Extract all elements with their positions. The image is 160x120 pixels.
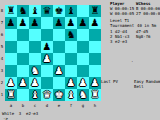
square-f2[interactable]: ♟ (65, 77, 77, 89)
square-b1[interactable] (17, 89, 29, 101)
black-queen[interactable]: ♛ (43, 5, 52, 17)
square-d2[interactable] (41, 77, 53, 89)
square-f6[interactable]: ♞ (65, 29, 77, 41)
square-g5[interactable] (77, 41, 89, 53)
square-e3[interactable]: ♟ (53, 65, 65, 77)
square-h6[interactable] (89, 29, 101, 41)
command-prompt[interactable]: -> (3, 116, 8, 120)
square-h3[interactable] (89, 65, 101, 77)
file-label: e (53, 103, 65, 108)
square-b7[interactable]: ♟ (17, 17, 29, 29)
square-d7[interactable] (41, 17, 53, 29)
white-bishop[interactable]: ♝ (31, 89, 40, 101)
black-bishop[interactable]: ♝ (31, 5, 40, 17)
square-a8[interactable]: ♜ (5, 5, 17, 17)
square-b5[interactable] (17, 41, 29, 53)
bell-setting: Bell (134, 84, 144, 89)
square-d6[interactable] (41, 29, 53, 41)
square-d3[interactable] (41, 65, 53, 77)
square-g8[interactable] (77, 5, 89, 17)
square-h1[interactable]: ♜ (89, 89, 101, 101)
square-g7[interactable]: ♟ (77, 17, 89, 29)
file-label: h (89, 103, 101, 108)
move-white: e2-e3 (115, 39, 127, 44)
white-rook[interactable]: ♜ (7, 89, 16, 101)
square-f3[interactable] (65, 65, 77, 77)
square-e2[interactable] (53, 77, 65, 89)
white-pawn[interactable]: ♟ (55, 65, 64, 77)
square-e4[interactable] (53, 53, 65, 65)
last-pv-label: Last PV (101, 79, 118, 84)
white-knight[interactable]: ♞ (31, 65, 40, 77)
square-c7[interactable]: ♟ (29, 17, 41, 29)
square-d8[interactable]: ♛ (41, 5, 53, 17)
black-rook[interactable]: ♜ (7, 5, 16, 17)
move-black: Ng8-f6 (136, 34, 150, 39)
square-g6[interactable] (77, 29, 89, 41)
rank-label: 7 (0, 17, 4, 29)
square-a6[interactable] (5, 29, 17, 41)
square-f5[interactable] (65, 41, 77, 53)
square-g2[interactable]: ♟ (77, 77, 89, 89)
square-g3[interactable] (77, 65, 89, 77)
black-pawn[interactable]: ♟ (91, 17, 100, 29)
black-rook[interactable]: ♜ (91, 5, 100, 17)
square-b4[interactable] (17, 53, 29, 65)
file-label: a (5, 103, 17, 108)
square-e1[interactable]: ♚ (53, 89, 65, 101)
square-b2[interactable]: ♟ (17, 77, 29, 89)
black-pawn[interactable]: ♟ (55, 17, 64, 29)
square-c5[interactable] (29, 41, 41, 53)
file-label: g (77, 103, 89, 108)
square-d5[interactable]: ♟ (41, 41, 53, 53)
rank-labels: 8 7 6 5 4 3 2 1 (0, 5, 4, 101)
file-label: c (29, 103, 41, 108)
square-b6[interactable] (17, 29, 29, 41)
square-a2[interactable]: ♟ (5, 77, 17, 89)
square-a7[interactable]: ♟ (5, 17, 17, 29)
white-bishop[interactable]: ♝ (67, 89, 76, 101)
black-pawn[interactable]: ♟ (7, 17, 16, 29)
file-labels: a b c d e f g h (5, 103, 101, 108)
square-g1[interactable]: ♞ (77, 89, 89, 101)
chess-app-screen: 8 7 6 5 4 3 2 1 ♜♞♝♛♚♝♜♟♟♟♟♟♟♟♞♟♟♞♟♟♟♟♟♟… (0, 0, 160, 120)
square-h2[interactable]: ♟ (89, 77, 101, 89)
square-a1[interactable]: ♜ (5, 89, 17, 101)
file-label: d (41, 103, 53, 108)
black-knight[interactable]: ♞ (19, 5, 28, 17)
white-pawn[interactable]: ♟ (67, 77, 76, 89)
white-king[interactable]: ♚ (55, 89, 64, 101)
white-pawn[interactable]: ♟ (19, 77, 28, 89)
square-e8[interactable]: ♚ (53, 5, 65, 17)
white-rook[interactable]: ♜ (91, 89, 100, 101)
file-label: b (17, 103, 29, 108)
square-a5[interactable] (5, 41, 17, 53)
square-d4[interactable]: ♟ (41, 53, 53, 65)
rank-label: 3 (0, 65, 4, 77)
square-h7[interactable]: ♟ (89, 17, 101, 29)
square-c2[interactable]: ♟ (29, 77, 41, 89)
black-pawn[interactable]: ♟ (31, 17, 40, 29)
level-mode-label: Tournament (110, 23, 134, 28)
file-label: f (65, 103, 77, 108)
rank-label: 1 (0, 89, 4, 101)
rank-label: 8 (0, 5, 4, 17)
square-f8[interactable]: ♝ (65, 5, 77, 17)
rank-label: 4 (0, 53, 4, 65)
black-pawn[interactable]: ♟ (67, 17, 76, 29)
square-c6[interactable] (29, 29, 41, 41)
square-d1[interactable]: ♛ (41, 89, 53, 101)
black-bishop[interactable]: ♝ (67, 5, 76, 17)
black-pawn[interactable]: ♟ (19, 17, 28, 29)
white-pawn[interactable]: ♟ (79, 77, 88, 89)
square-e5[interactable] (53, 41, 65, 53)
square-h5[interactable] (89, 41, 101, 53)
white-knight[interactable]: ♞ (79, 89, 88, 101)
square-a3[interactable] (5, 65, 17, 77)
square-h4[interactable] (89, 53, 101, 65)
cursor-mark: · (131, 59, 133, 64)
white-pawn[interactable]: ♟ (7, 77, 16, 89)
square-e6[interactable] (53, 29, 65, 41)
white-clock-move: W 00:00:05 (110, 11, 134, 16)
square-b3[interactable] (17, 65, 29, 77)
square-g4[interactable] (77, 53, 89, 65)
square-c8[interactable]: ♝ (29, 5, 41, 17)
square-f4[interactable] (65, 53, 77, 65)
time-control-label: 40 in 5m (137, 23, 156, 28)
square-h8[interactable]: ♜ (89, 5, 101, 17)
rank-label: 6 (0, 29, 4, 41)
black-knight[interactable]: ♞ (67, 29, 76, 41)
square-f1[interactable]: ♝ (65, 89, 77, 101)
square-c4[interactable] (29, 53, 41, 65)
white-pawn[interactable]: ♟ (43, 53, 52, 65)
square-c3[interactable]: ♞ (29, 65, 41, 77)
black-pawn[interactable]: ♟ (43, 41, 52, 53)
rank-label: 2 (0, 77, 4, 89)
rank-label: 5 (0, 41, 4, 53)
square-c1[interactable]: ♝ (29, 89, 41, 101)
black-king[interactable]: ♚ (55, 5, 64, 17)
white-queen[interactable]: ♛ (43, 89, 52, 101)
white-pawn[interactable]: ♟ (31, 77, 40, 89)
board: ♜♞♝♛♚♝♜♟♟♟♟♟♟♟♞♟♟♞♟♟♟♟♟♟♟♜♝♛♚♝♞♜ (5, 5, 101, 101)
black-pawn[interactable]: ♟ (79, 17, 88, 29)
black-clock-move: 27 00:00:06 (136, 11, 160, 16)
white-pawn[interactable]: ♟ (91, 77, 100, 89)
square-a4[interactable] (5, 53, 17, 65)
square-b8[interactable]: ♞ (17, 5, 29, 17)
square-f7[interactable]: ♟ (65, 17, 77, 29)
move-number: 3 (110, 39, 112, 44)
square-e7[interactable]: ♟ (53, 17, 65, 29)
